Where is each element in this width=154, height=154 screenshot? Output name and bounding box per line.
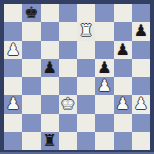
square-a4[interactable]	[4, 77, 22, 95]
square-h1[interactable]	[132, 132, 150, 150]
square-e1[interactable]	[77, 132, 95, 150]
square-d8[interactable]	[59, 4, 77, 22]
square-f4[interactable]: ♟	[95, 77, 113, 95]
square-c7[interactable]	[41, 22, 59, 40]
square-f2[interactable]	[95, 114, 113, 132]
square-e7[interactable]: ♜	[77, 22, 95, 40]
square-b3[interactable]	[22, 95, 40, 113]
piece-black-pawn[interactable]: ♟	[97, 59, 111, 75]
square-g2[interactable]	[114, 114, 132, 132]
square-e3[interactable]	[77, 95, 95, 113]
square-a3[interactable]: ♟	[4, 95, 22, 113]
square-g3[interactable]: ♟	[114, 95, 132, 113]
square-a8[interactable]	[4, 4, 22, 22]
square-g5[interactable]	[114, 59, 132, 77]
chess-board-frame: ♚♜♟♟♟♟♟♟♟♚♟♟♜	[0, 0, 154, 154]
square-d5[interactable]	[59, 59, 77, 77]
square-h7[interactable]: ♟	[132, 22, 150, 40]
square-c4[interactable]	[41, 77, 59, 95]
square-d6[interactable]	[59, 41, 77, 59]
square-h6[interactable]	[132, 41, 150, 59]
piece-white-king[interactable]: ♚	[61, 96, 75, 112]
square-f3[interactable]	[95, 95, 113, 113]
piece-white-pawn[interactable]: ♟	[115, 96, 129, 112]
piece-white-pawn[interactable]: ♟	[97, 78, 111, 94]
square-f6[interactable]	[95, 41, 113, 59]
square-b4[interactable]	[22, 77, 40, 95]
square-c2[interactable]	[41, 114, 59, 132]
square-a7[interactable]	[4, 22, 22, 40]
piece-black-rook[interactable]: ♜	[42, 132, 56, 148]
square-d2[interactable]	[59, 114, 77, 132]
square-h3[interactable]: ♟	[132, 95, 150, 113]
square-f7[interactable]	[95, 22, 113, 40]
square-a1[interactable]	[4, 132, 22, 150]
piece-black-king[interactable]: ♚	[24, 5, 38, 21]
piece-black-pawn[interactable]: ♟	[115, 41, 129, 57]
square-d1[interactable]	[59, 132, 77, 150]
square-h5[interactable]	[132, 59, 150, 77]
square-c6[interactable]	[41, 41, 59, 59]
square-d3[interactable]: ♚	[59, 95, 77, 113]
square-b7[interactable]	[22, 22, 40, 40]
square-f8[interactable]	[95, 4, 113, 22]
square-b8[interactable]: ♚	[22, 4, 40, 22]
square-e2[interactable]	[77, 114, 95, 132]
square-g8[interactable]	[114, 4, 132, 22]
square-g1[interactable]	[114, 132, 132, 150]
square-c3[interactable]	[41, 95, 59, 113]
piece-black-pawn[interactable]: ♟	[42, 59, 56, 75]
piece-black-pawn[interactable]: ♟	[134, 23, 148, 39]
square-b1[interactable]	[22, 132, 40, 150]
square-b2[interactable]	[22, 114, 40, 132]
square-g4[interactable]	[114, 77, 132, 95]
square-d7[interactable]	[59, 22, 77, 40]
square-f5[interactable]: ♟	[95, 59, 113, 77]
square-a5[interactable]	[4, 59, 22, 77]
piece-white-pawn[interactable]: ♟	[6, 96, 20, 112]
piece-white-pawn[interactable]: ♟	[134, 96, 148, 112]
square-b6[interactable]	[22, 41, 40, 59]
square-a2[interactable]	[4, 114, 22, 132]
square-c8[interactable]	[41, 4, 59, 22]
square-h4[interactable]	[132, 77, 150, 95]
square-d4[interactable]	[59, 77, 77, 95]
square-g7[interactable]	[114, 22, 132, 40]
square-h2[interactable]	[132, 114, 150, 132]
piece-white-rook[interactable]: ♜	[79, 23, 93, 39]
square-c5[interactable]: ♟	[41, 59, 59, 77]
square-e8[interactable]	[77, 4, 95, 22]
square-e6[interactable]	[77, 41, 95, 59]
square-e5[interactable]	[77, 59, 95, 77]
square-e4[interactable]	[77, 77, 95, 95]
square-f1[interactable]	[95, 132, 113, 150]
square-c1[interactable]: ♜	[41, 132, 59, 150]
square-a6[interactable]: ♟	[4, 41, 22, 59]
square-g6[interactable]: ♟	[114, 41, 132, 59]
square-h8[interactable]	[132, 4, 150, 22]
piece-white-pawn[interactable]: ♟	[6, 41, 20, 57]
chess-board: ♚♜♟♟♟♟♟♟♟♚♟♟♜	[4, 4, 150, 150]
square-b5[interactable]	[22, 59, 40, 77]
